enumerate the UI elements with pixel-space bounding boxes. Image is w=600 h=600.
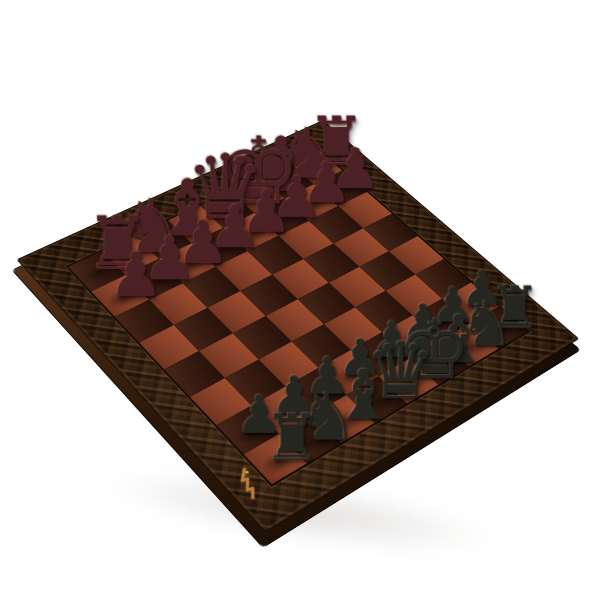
board-squares-grid: ♜♞♝♛♚♝♞♜♟♟♟♟♟♟♟♟♟♟♟♟♟♟♟♟♜♞♝♛♚♝♞♜ xyxy=(68,150,527,485)
burgundy-pawn-glyph: ♟ xyxy=(108,244,150,305)
chessboard: ♜♞♝♛♚♝♞♜♟♟♟♟♟♟♟♟♟♟♟♟♟♟♟♟♜♞♝♛♚♝♞♜ xyxy=(16,120,579,532)
ebony-rook-glyph: ♜ xyxy=(263,406,309,470)
photo-white-background: ♜♞♝♛♚♝♞♜♟♟♟♟♟♟♟♟♟♟♟♟♟♟♟♟♜♞♝♛♚♝♞♜ xyxy=(0,0,600,600)
